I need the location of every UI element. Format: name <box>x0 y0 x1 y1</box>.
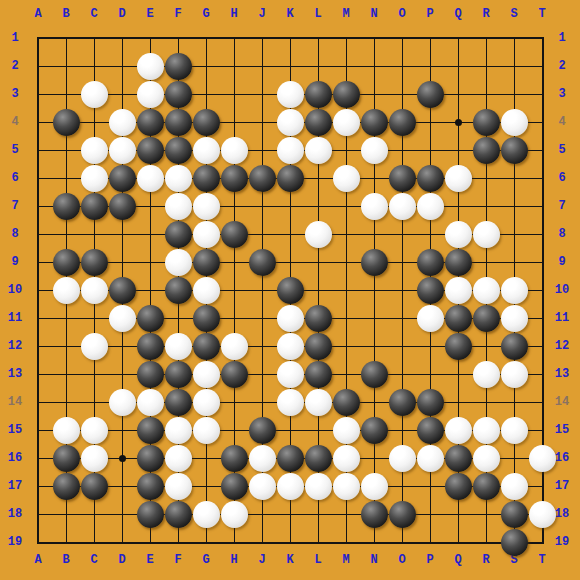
stone-black <box>473 137 500 164</box>
column-label-N: N <box>370 8 377 20</box>
stone-black <box>165 109 192 136</box>
column-label-T: T <box>538 554 545 566</box>
row-label-12: 12 <box>555 340 569 352</box>
column-label-E: E <box>146 8 153 20</box>
stone-black <box>193 165 220 192</box>
stone-black <box>137 361 164 388</box>
column-label-Q: Q <box>454 554 461 566</box>
stone-white <box>501 361 528 388</box>
stone-white <box>473 221 500 248</box>
column-label-B: B <box>62 554 69 566</box>
row-label-9: 9 <box>11 256 18 268</box>
stone-white <box>277 389 304 416</box>
go-board: ABCDEFGHJKLMNOPQRST ABCDEFGHJKLMNOPQRST … <box>0 0 580 580</box>
column-label-K: K <box>286 8 293 20</box>
stone-black <box>389 389 416 416</box>
stone-black <box>53 193 80 220</box>
column-label-G: G <box>202 554 209 566</box>
stone-white <box>165 417 192 444</box>
row-label-5: 5 <box>11 144 18 156</box>
stone-black <box>53 473 80 500</box>
star-point-Q4 <box>455 119 462 126</box>
stone-white <box>361 137 388 164</box>
stone-black <box>305 109 332 136</box>
stone-white <box>529 445 556 472</box>
stone-white <box>165 165 192 192</box>
stone-black <box>361 109 388 136</box>
stone-black <box>81 193 108 220</box>
row-label-13: 13 <box>555 368 569 380</box>
stone-black <box>109 193 136 220</box>
stone-white <box>221 501 248 528</box>
stone-white <box>165 193 192 220</box>
stone-black <box>305 445 332 472</box>
column-label-P: P <box>426 554 433 566</box>
stone-white <box>445 417 472 444</box>
row-label-11: 11 <box>555 312 569 324</box>
stone-black <box>193 333 220 360</box>
stone-black <box>193 305 220 332</box>
row-label-19: 19 <box>555 536 569 548</box>
stone-white <box>501 473 528 500</box>
row-label-8: 8 <box>558 228 565 240</box>
row-label-18: 18 <box>8 508 22 520</box>
stone-black <box>53 249 80 276</box>
stone-black <box>53 445 80 472</box>
stone-black <box>389 109 416 136</box>
stone-white <box>81 417 108 444</box>
stone-white <box>193 277 220 304</box>
stone-white <box>109 305 136 332</box>
stone-white <box>81 333 108 360</box>
stone-black <box>333 81 360 108</box>
column-label-Q: Q <box>454 8 461 20</box>
stone-white <box>193 137 220 164</box>
stone-black <box>417 81 444 108</box>
row-label-2: 2 <box>11 60 18 72</box>
column-label-O: O <box>398 554 405 566</box>
stone-black <box>361 249 388 276</box>
stone-black <box>221 445 248 472</box>
stone-black <box>473 305 500 332</box>
stone-white <box>445 165 472 192</box>
row-label-18: 18 <box>555 508 569 520</box>
stone-black <box>277 165 304 192</box>
stone-black <box>389 165 416 192</box>
column-label-J: J <box>258 554 265 566</box>
stone-black <box>361 501 388 528</box>
stone-white <box>361 473 388 500</box>
column-label-M: M <box>342 554 349 566</box>
row-label-11: 11 <box>8 312 22 324</box>
row-label-12: 12 <box>8 340 22 352</box>
column-label-S: S <box>510 554 517 566</box>
stone-black <box>277 277 304 304</box>
stone-black <box>137 137 164 164</box>
column-label-L: L <box>314 554 321 566</box>
stone-black <box>445 473 472 500</box>
column-label-J: J <box>258 8 265 20</box>
stone-black <box>277 445 304 472</box>
stone-black <box>165 81 192 108</box>
stone-white <box>109 109 136 136</box>
row-label-2: 2 <box>558 60 565 72</box>
row-label-4: 4 <box>11 116 18 128</box>
stone-black <box>445 249 472 276</box>
column-label-B: B <box>62 8 69 20</box>
stone-black <box>389 501 416 528</box>
stone-black <box>417 277 444 304</box>
stone-white <box>249 445 276 472</box>
stone-white <box>473 417 500 444</box>
column-label-L: L <box>314 8 321 20</box>
column-label-H: H <box>230 8 237 20</box>
stone-black <box>193 249 220 276</box>
stone-white <box>501 305 528 332</box>
stone-black <box>417 165 444 192</box>
row-label-5: 5 <box>558 144 565 156</box>
stone-white <box>193 389 220 416</box>
column-label-D: D <box>118 554 125 566</box>
stone-black <box>501 529 528 556</box>
row-label-15: 15 <box>8 424 22 436</box>
row-label-4: 4 <box>558 116 565 128</box>
stone-white <box>137 53 164 80</box>
stone-white <box>361 193 388 220</box>
stone-black <box>81 249 108 276</box>
stone-black <box>53 109 80 136</box>
stone-black <box>221 473 248 500</box>
column-label-C: C <box>90 554 97 566</box>
column-label-T: T <box>538 8 545 20</box>
row-label-7: 7 <box>11 200 18 212</box>
stone-black <box>221 361 248 388</box>
stone-black <box>361 417 388 444</box>
stone-black <box>249 165 276 192</box>
stone-black <box>137 109 164 136</box>
stone-black <box>501 137 528 164</box>
column-label-R: R <box>482 554 489 566</box>
stone-black <box>249 417 276 444</box>
stone-white <box>193 193 220 220</box>
stone-white <box>53 417 80 444</box>
column-label-F: F <box>174 8 181 20</box>
column-label-E: E <box>146 554 153 566</box>
stone-black <box>305 81 332 108</box>
stone-white <box>81 137 108 164</box>
stone-black <box>501 333 528 360</box>
stone-white <box>221 137 248 164</box>
stone-black <box>137 473 164 500</box>
stone-white <box>193 221 220 248</box>
stone-white <box>501 277 528 304</box>
stone-white <box>193 417 220 444</box>
stone-black <box>165 389 192 416</box>
column-label-A: A <box>34 8 41 20</box>
stone-white <box>53 277 80 304</box>
stone-white <box>277 305 304 332</box>
column-label-H: H <box>230 554 237 566</box>
row-label-1: 1 <box>11 32 18 44</box>
row-label-19: 19 <box>8 536 22 548</box>
stone-white <box>221 333 248 360</box>
stone-white <box>137 81 164 108</box>
stone-white <box>137 165 164 192</box>
stone-white <box>277 361 304 388</box>
stone-white <box>445 277 472 304</box>
row-label-3: 3 <box>558 88 565 100</box>
stone-black <box>417 417 444 444</box>
column-label-F: F <box>174 554 181 566</box>
stone-white <box>165 249 192 276</box>
row-label-14: 14 <box>555 396 569 408</box>
row-label-10: 10 <box>555 284 569 296</box>
stone-white <box>473 277 500 304</box>
stone-white <box>333 445 360 472</box>
stone-white <box>333 473 360 500</box>
stone-black <box>417 249 444 276</box>
stone-black <box>165 137 192 164</box>
column-label-A: A <box>34 554 41 566</box>
stone-white <box>81 81 108 108</box>
row-label-7: 7 <box>558 200 565 212</box>
row-label-6: 6 <box>558 172 565 184</box>
stone-white <box>389 193 416 220</box>
stone-black <box>165 53 192 80</box>
stone-white <box>277 109 304 136</box>
stone-black <box>333 389 360 416</box>
column-label-C: C <box>90 8 97 20</box>
stone-black <box>221 221 248 248</box>
column-label-S: S <box>510 8 517 20</box>
row-label-6: 6 <box>11 172 18 184</box>
column-label-O: O <box>398 8 405 20</box>
stone-white <box>109 137 136 164</box>
stone-white <box>333 109 360 136</box>
stone-white <box>305 137 332 164</box>
stone-white <box>109 389 136 416</box>
column-label-G: G <box>202 8 209 20</box>
stone-black <box>445 333 472 360</box>
stone-white <box>81 165 108 192</box>
stone-black <box>137 445 164 472</box>
stone-white <box>473 445 500 472</box>
stone-white <box>249 473 276 500</box>
stone-white <box>165 473 192 500</box>
stone-white <box>165 333 192 360</box>
row-label-15: 15 <box>555 424 569 436</box>
stone-black <box>445 305 472 332</box>
row-label-17: 17 <box>555 480 569 492</box>
row-label-16: 16 <box>8 452 22 464</box>
stone-black <box>305 361 332 388</box>
stone-black <box>305 333 332 360</box>
stone-black <box>417 389 444 416</box>
stone-white <box>277 137 304 164</box>
stone-white <box>417 305 444 332</box>
stone-black <box>165 277 192 304</box>
stone-black <box>193 109 220 136</box>
row-label-13: 13 <box>8 368 22 380</box>
stone-black <box>109 165 136 192</box>
stone-black <box>473 473 500 500</box>
column-label-R: R <box>482 8 489 20</box>
stone-black <box>445 445 472 472</box>
column-label-K: K <box>286 554 293 566</box>
row-label-8: 8 <box>11 228 18 240</box>
stone-white <box>445 221 472 248</box>
stone-white <box>305 473 332 500</box>
stone-black <box>249 249 276 276</box>
row-label-14: 14 <box>8 396 22 408</box>
stone-white <box>333 165 360 192</box>
row-label-1: 1 <box>558 32 565 44</box>
stone-white <box>333 417 360 444</box>
stone-white <box>389 445 416 472</box>
stone-white <box>277 333 304 360</box>
stone-white <box>81 277 108 304</box>
stone-black <box>473 109 500 136</box>
stone-white <box>305 221 332 248</box>
stone-black <box>137 305 164 332</box>
row-label-9: 9 <box>558 256 565 268</box>
column-label-M: M <box>342 8 349 20</box>
stone-white <box>277 473 304 500</box>
stone-black <box>361 361 388 388</box>
stone-white <box>417 193 444 220</box>
stone-black <box>137 417 164 444</box>
column-label-N: N <box>370 554 377 566</box>
stone-white <box>277 81 304 108</box>
stone-black <box>221 165 248 192</box>
stone-black <box>165 221 192 248</box>
stone-white <box>501 109 528 136</box>
row-label-16: 16 <box>555 452 569 464</box>
stone-white <box>473 361 500 388</box>
stone-white <box>165 445 192 472</box>
column-label-P: P <box>426 8 433 20</box>
stone-black <box>137 501 164 528</box>
stone-black <box>137 333 164 360</box>
stone-black <box>109 277 136 304</box>
stone-white <box>305 389 332 416</box>
stone-black <box>501 501 528 528</box>
stone-white <box>529 501 556 528</box>
stone-white <box>137 389 164 416</box>
row-label-17: 17 <box>8 480 22 492</box>
column-label-D: D <box>118 8 125 20</box>
star-point-D16 <box>119 455 126 462</box>
stone-white <box>501 417 528 444</box>
stone-black <box>305 305 332 332</box>
stone-white <box>81 445 108 472</box>
row-label-10: 10 <box>8 284 22 296</box>
stone-white <box>417 445 444 472</box>
stone-black <box>165 361 192 388</box>
stone-black <box>81 473 108 500</box>
row-label-3: 3 <box>11 88 18 100</box>
stone-white <box>193 501 220 528</box>
stone-white <box>193 361 220 388</box>
stone-black <box>165 501 192 528</box>
